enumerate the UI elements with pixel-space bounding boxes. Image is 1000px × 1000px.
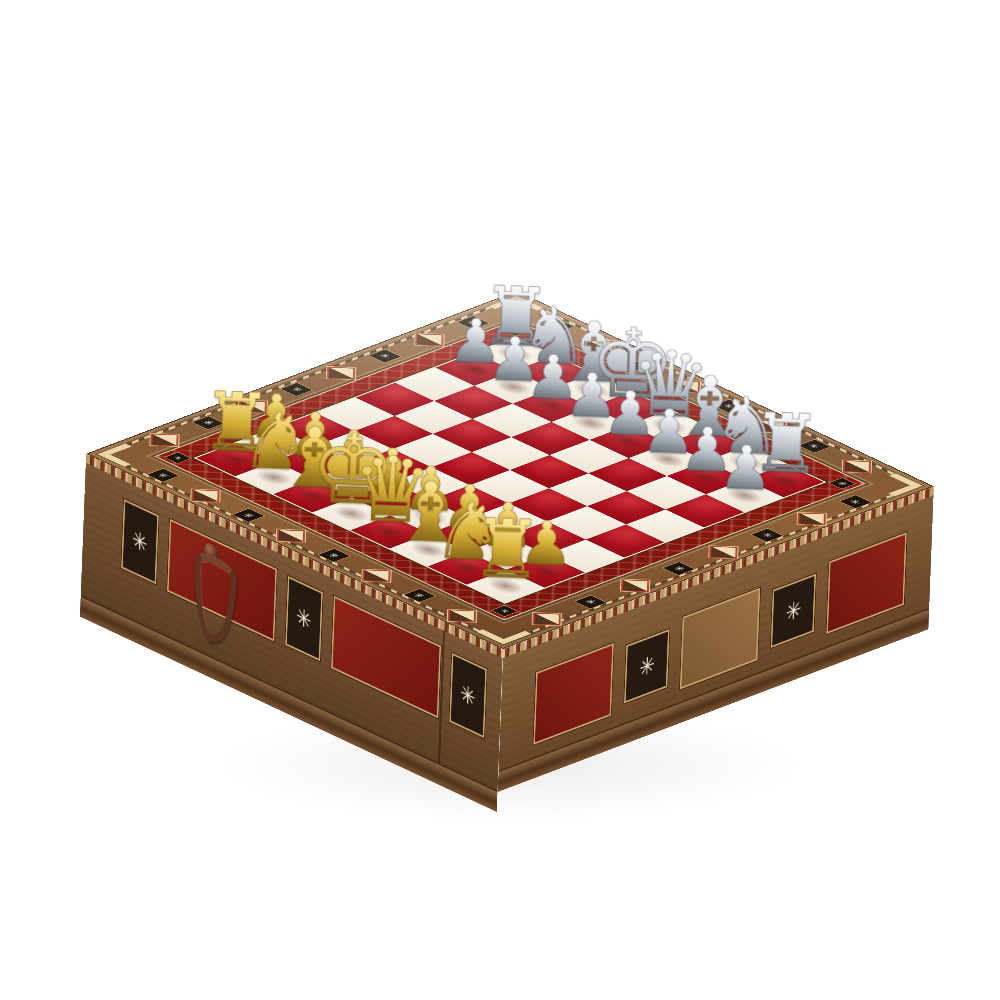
- diamond-inlay-icon: [362, 569, 390, 582]
- corner-chevron-icon: [97, 444, 152, 467]
- eight-point-star-inlay-icon: [574, 595, 608, 609]
- eight-point-star-inlay-icon: [146, 468, 180, 482]
- diamond-inlay-icon: [621, 579, 649, 592]
- eight-point-star-inlay-icon: [368, 349, 402, 363]
- gold-rook-icon: ♜: [470, 511, 544, 587]
- diamond-inlay-icon: [327, 367, 355, 380]
- wood-inlay-panel: [680, 588, 760, 690]
- eight-point-star-inlay-icon: [662, 561, 696, 575]
- silver-pawn-icon: ♟: [718, 439, 774, 496]
- piece-silver-pawn: ♟: [705, 479, 783, 512]
- eight-point-star-inlay-icon: [121, 499, 158, 584]
- eight-point-star-inlay-icon: [449, 653, 486, 738]
- drawer-handle: [186, 533, 234, 648]
- diamond-inlay-icon: [797, 513, 825, 526]
- handle-grip-icon: [192, 547, 237, 652]
- eight-point-star-inlay-icon: [624, 629, 669, 703]
- eight-point-star-inlay-icon: [285, 576, 322, 661]
- eight-point-star-inlay-icon: [839, 495, 873, 509]
- diamond-inlay-icon: [150, 434, 178, 447]
- diamond-inlay-icon: [709, 546, 737, 559]
- diamond-inlay-icon: [448, 609, 476, 622]
- eight-point-star-inlay-icon: [750, 528, 784, 542]
- eight-point-star-inlay-icon: [317, 548, 351, 562]
- eight-point-star-inlay-icon: [771, 574, 816, 648]
- chess-box: ♜♞♝♛♚♝♞♜♟♟♟♟♟♟♟♟♟♟♟♟♟♟♟♟♜♞♝♛♚♝♞♜: [86, 291, 934, 649]
- eight-point-star-inlay-icon: [402, 588, 436, 602]
- scene: ♜♞♝♛♚♝♞♜♟♟♟♟♟♟♟♟♟♟♟♟♟♟♟♟♜♞♝♛♚♝♞♜: [0, 0, 1000, 1000]
- red-inlay-panel: [826, 532, 906, 634]
- diamond-inlay-icon: [843, 460, 871, 473]
- red-inlay-panel: [533, 643, 613, 745]
- product-photo-stage: ♜♞♝♛♚♝♞♜♟♟♟♟♟♟♟♟♟♟♟♟♟♟♟♟♜♞♝♛♚♝♞♜: [0, 0, 1000, 1000]
- diamond-inlay-icon: [277, 529, 305, 542]
- diamond-inlay-icon: [533, 613, 561, 626]
- diamond-inlay-icon: [192, 489, 220, 502]
- red-inlay-panel: [331, 596, 441, 719]
- eight-point-star-inlay-icon: [231, 508, 265, 522]
